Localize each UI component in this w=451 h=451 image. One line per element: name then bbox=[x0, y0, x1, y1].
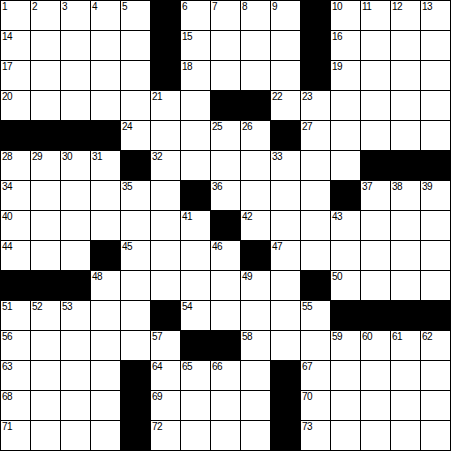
white-cell[interactable] bbox=[91, 91, 121, 121]
white-cell[interactable] bbox=[121, 91, 151, 121]
black-cell bbox=[121, 421, 151, 451]
black-cell bbox=[121, 361, 151, 391]
clue-number: 4 bbox=[92, 1, 97, 12]
white-cell[interactable] bbox=[391, 361, 421, 391]
white-cell[interactable] bbox=[211, 271, 241, 301]
white-cell[interactable] bbox=[271, 331, 301, 361]
white-cell[interactable] bbox=[391, 421, 421, 451]
white-cell[interactable] bbox=[421, 421, 451, 451]
white-cell[interactable] bbox=[61, 61, 91, 91]
white-cell[interactable] bbox=[241, 31, 271, 61]
white-cell[interactable] bbox=[211, 151, 241, 181]
white-cell[interactable] bbox=[361, 271, 391, 301]
clue-number: 2 bbox=[32, 1, 37, 12]
white-cell[interactable]: 32 bbox=[151, 151, 181, 181]
clue-number: 5 bbox=[122, 1, 127, 12]
white-cell[interactable] bbox=[31, 241, 61, 271]
white-cell[interactable] bbox=[181, 151, 211, 181]
black-cell bbox=[121, 391, 151, 421]
clue-number: 39 bbox=[422, 181, 432, 192]
white-cell[interactable]: 30 bbox=[61, 151, 91, 181]
white-cell[interactable]: 31 bbox=[91, 151, 121, 181]
white-cell[interactable] bbox=[361, 241, 391, 271]
white-cell[interactable] bbox=[391, 121, 421, 151]
white-cell[interactable] bbox=[421, 391, 451, 421]
white-cell[interactable] bbox=[421, 91, 451, 121]
clue-number: 8 bbox=[242, 1, 247, 12]
white-cell[interactable]: 36 bbox=[211, 181, 241, 211]
clue-number: 65 bbox=[182, 361, 192, 372]
white-cell[interactable]: 65 bbox=[181, 361, 211, 391]
white-cell[interactable] bbox=[271, 31, 301, 61]
black-cell bbox=[301, 61, 331, 91]
white-cell[interactable] bbox=[241, 361, 271, 391]
white-cell[interactable] bbox=[121, 331, 151, 361]
white-cell[interactable]: 8 bbox=[241, 1, 271, 31]
black-cell bbox=[271, 361, 301, 391]
white-cell[interactable] bbox=[121, 211, 151, 241]
white-cell[interactable] bbox=[91, 61, 121, 91]
clue-number: 18 bbox=[182, 61, 192, 72]
white-cell[interactable] bbox=[241, 391, 271, 421]
white-cell[interactable] bbox=[421, 241, 451, 271]
white-cell[interactable]: 20 bbox=[1, 91, 31, 121]
white-cell[interactable]: 7 bbox=[211, 1, 241, 31]
white-cell[interactable]: 41 bbox=[181, 211, 211, 241]
clue-number: 52 bbox=[32, 301, 42, 312]
white-cell[interactable] bbox=[61, 181, 91, 211]
white-cell[interactable] bbox=[91, 391, 121, 421]
clue-number: 47 bbox=[272, 241, 282, 252]
white-cell[interactable] bbox=[181, 241, 211, 271]
white-cell[interactable] bbox=[211, 31, 241, 61]
clue-number: 73 bbox=[302, 421, 312, 432]
white-cell[interactable]: 46 bbox=[211, 241, 241, 271]
clue-number: 34 bbox=[2, 181, 12, 192]
white-cell[interactable] bbox=[91, 301, 121, 331]
white-cell[interactable] bbox=[61, 211, 91, 241]
white-cell[interactable]: 2 bbox=[31, 1, 61, 31]
black-cell bbox=[211, 211, 241, 241]
clue-number: 50 bbox=[332, 271, 342, 282]
white-cell[interactable] bbox=[271, 181, 301, 211]
black-cell bbox=[61, 121, 91, 151]
white-cell[interactable]: 1 bbox=[1, 1, 31, 31]
white-cell[interactable] bbox=[151, 121, 181, 151]
white-cell[interactable] bbox=[181, 271, 211, 301]
white-cell[interactable]: 45 bbox=[121, 241, 151, 271]
clue-number: 31 bbox=[92, 151, 102, 162]
white-cell[interactable] bbox=[361, 61, 391, 91]
white-cell[interactable]: 12 bbox=[391, 1, 421, 31]
clue-number: 22 bbox=[272, 91, 282, 102]
white-cell[interactable]: 55 bbox=[301, 301, 331, 331]
white-cell[interactable] bbox=[91, 331, 121, 361]
clue-number: 62 bbox=[422, 331, 432, 342]
white-cell[interactable]: 48 bbox=[91, 271, 121, 301]
white-cell[interactable] bbox=[151, 181, 181, 211]
white-cell[interactable] bbox=[31, 391, 61, 421]
white-cell[interactable] bbox=[241, 151, 271, 181]
white-cell[interactable]: 35 bbox=[121, 181, 151, 211]
clue-number: 60 bbox=[362, 331, 372, 342]
white-cell[interactable] bbox=[181, 391, 211, 421]
white-cell[interactable] bbox=[61, 241, 91, 271]
white-cell[interactable] bbox=[61, 331, 91, 361]
white-cell[interactable] bbox=[271, 211, 301, 241]
white-cell[interactable] bbox=[361, 121, 391, 151]
white-cell[interactable]: 68 bbox=[1, 391, 31, 421]
white-cell[interactable]: 52 bbox=[31, 301, 61, 331]
clue-number: 41 bbox=[182, 211, 192, 222]
black-cell bbox=[301, 271, 331, 301]
clue-number: 53 bbox=[62, 301, 72, 312]
white-cell[interactable] bbox=[391, 61, 421, 91]
black-cell bbox=[211, 331, 241, 361]
white-cell[interactable] bbox=[331, 391, 361, 421]
black-cell bbox=[181, 331, 211, 361]
white-cell[interactable] bbox=[211, 421, 241, 451]
white-cell[interactable] bbox=[31, 31, 61, 61]
black-cell bbox=[91, 241, 121, 271]
white-cell[interactable] bbox=[301, 151, 331, 181]
black-cell bbox=[331, 301, 361, 331]
black-cell bbox=[391, 301, 421, 331]
white-cell[interactable]: 64 bbox=[151, 361, 181, 391]
white-cell[interactable] bbox=[421, 61, 451, 91]
white-cell[interactable]: 23 bbox=[301, 91, 331, 121]
white-cell[interactable] bbox=[31, 421, 61, 451]
clue-number: 43 bbox=[332, 211, 342, 222]
white-cell[interactable]: 6 bbox=[181, 1, 211, 31]
white-cell[interactable] bbox=[271, 61, 301, 91]
black-cell bbox=[301, 31, 331, 61]
white-cell[interactable]: 9 bbox=[271, 1, 301, 31]
clue-number: 21 bbox=[152, 91, 162, 102]
black-cell bbox=[31, 121, 61, 151]
clue-number: 70 bbox=[302, 391, 312, 402]
white-cell[interactable]: 42 bbox=[241, 211, 271, 241]
white-cell[interactable] bbox=[391, 241, 421, 271]
white-cell[interactable] bbox=[91, 31, 121, 61]
clue-number: 6 bbox=[182, 1, 187, 12]
white-cell[interactable] bbox=[31, 91, 61, 121]
white-cell[interactable]: 18 bbox=[181, 61, 211, 91]
black-cell bbox=[271, 121, 301, 151]
black-cell bbox=[361, 301, 391, 331]
white-cell[interactable] bbox=[421, 121, 451, 151]
black-cell bbox=[61, 271, 91, 301]
clue-number: 56 bbox=[2, 331, 12, 342]
white-cell[interactable]: 4 bbox=[91, 1, 121, 31]
white-cell[interactable]: 34 bbox=[1, 181, 31, 211]
white-cell[interactable]: 16 bbox=[331, 31, 361, 61]
black-cell bbox=[421, 151, 451, 181]
clue-number: 64 bbox=[152, 361, 162, 372]
white-cell[interactable] bbox=[391, 391, 421, 421]
clue-number: 32 bbox=[152, 151, 162, 162]
white-cell[interactable] bbox=[241, 301, 271, 331]
white-cell[interactable] bbox=[211, 301, 241, 331]
black-cell bbox=[1, 271, 31, 301]
white-cell[interactable] bbox=[301, 211, 331, 241]
clue-number: 67 bbox=[302, 361, 312, 372]
white-cell[interactable] bbox=[331, 121, 361, 151]
black-cell bbox=[361, 151, 391, 181]
clue-number: 11 bbox=[362, 1, 371, 12]
white-cell[interactable] bbox=[31, 331, 61, 361]
white-cell[interactable] bbox=[331, 241, 361, 271]
white-cell[interactable]: 63 bbox=[1, 361, 31, 391]
black-cell bbox=[241, 241, 271, 271]
white-cell[interactable] bbox=[391, 271, 421, 301]
clue-number: 58 bbox=[242, 331, 252, 342]
white-cell[interactable]: 62 bbox=[421, 331, 451, 361]
clue-number: 38 bbox=[392, 181, 402, 192]
white-cell[interactable]: 58 bbox=[241, 331, 271, 361]
white-cell[interactable] bbox=[61, 91, 91, 121]
crossword-grid: 1234567891011121314151617181920212223242… bbox=[0, 0, 451, 451]
white-cell[interactable]: 26 bbox=[241, 121, 271, 151]
black-cell bbox=[271, 391, 301, 421]
clue-number: 16 bbox=[332, 31, 342, 42]
white-cell[interactable] bbox=[421, 271, 451, 301]
white-cell[interactable] bbox=[211, 61, 241, 91]
white-cell[interactable] bbox=[91, 211, 121, 241]
white-cell[interactable]: 28 bbox=[1, 151, 31, 181]
black-cell bbox=[301, 1, 331, 31]
clue-number: 59 bbox=[332, 331, 342, 342]
white-cell[interactable]: 71 bbox=[1, 421, 31, 451]
white-cell[interactable] bbox=[391, 211, 421, 241]
white-cell[interactable] bbox=[361, 91, 391, 121]
white-cell[interactable]: 49 bbox=[241, 271, 271, 301]
white-cell[interactable]: 43 bbox=[331, 211, 361, 241]
white-cell[interactable]: 39 bbox=[421, 181, 451, 211]
black-cell bbox=[1, 121, 31, 151]
white-cell[interactable]: 70 bbox=[301, 391, 331, 421]
clue-number: 71 bbox=[2, 421, 12, 432]
white-cell[interactable] bbox=[31, 181, 61, 211]
clue-number: 42 bbox=[242, 211, 252, 222]
white-cell[interactable]: 53 bbox=[61, 301, 91, 331]
white-cell[interactable] bbox=[391, 31, 421, 61]
white-cell[interactable]: 19 bbox=[331, 61, 361, 91]
white-cell[interactable] bbox=[361, 211, 391, 241]
clue-number: 49 bbox=[242, 271, 252, 282]
white-cell[interactable] bbox=[211, 391, 241, 421]
white-cell[interactable] bbox=[121, 61, 151, 91]
white-cell[interactable] bbox=[301, 331, 331, 361]
white-cell[interactable] bbox=[31, 361, 61, 391]
white-cell[interactable]: 14 bbox=[1, 31, 31, 61]
black-cell bbox=[151, 1, 181, 31]
white-cell[interactable]: 3 bbox=[61, 1, 91, 31]
white-cell[interactable] bbox=[331, 151, 361, 181]
white-cell[interactable] bbox=[301, 241, 331, 271]
white-cell[interactable]: 50 bbox=[331, 271, 361, 301]
clue-number: 35 bbox=[122, 181, 132, 192]
white-cell[interactable] bbox=[241, 61, 271, 91]
white-cell[interactable]: 72 bbox=[151, 421, 181, 451]
clue-number: 48 bbox=[92, 271, 102, 282]
clue-number: 61 bbox=[392, 331, 402, 342]
white-cell[interactable]: 27 bbox=[301, 121, 331, 151]
white-cell[interactable] bbox=[151, 211, 181, 241]
white-cell[interactable]: 25 bbox=[211, 121, 241, 151]
clue-number: 9 bbox=[272, 1, 277, 12]
white-cell[interactable] bbox=[91, 421, 121, 451]
white-cell[interactable] bbox=[361, 391, 391, 421]
white-cell[interactable]: 44 bbox=[1, 241, 31, 271]
clue-number: 20 bbox=[2, 91, 12, 102]
black-cell bbox=[421, 301, 451, 331]
white-cell[interactable]: 69 bbox=[151, 391, 181, 421]
white-cell[interactable] bbox=[61, 361, 91, 391]
white-cell[interactable]: 24 bbox=[121, 121, 151, 151]
clue-number: 3 bbox=[62, 1, 67, 12]
crossword-board: 1234567891011121314151617181920212223242… bbox=[0, 0, 451, 451]
white-cell[interactable] bbox=[331, 421, 361, 451]
white-cell[interactable] bbox=[241, 421, 271, 451]
black-cell bbox=[211, 91, 241, 121]
clue-number: 33 bbox=[272, 151, 282, 162]
clue-number: 13 bbox=[422, 1, 432, 12]
black-cell bbox=[91, 121, 121, 151]
white-cell[interactable]: 61 bbox=[391, 331, 421, 361]
clue-number: 27 bbox=[302, 121, 312, 132]
clue-number: 24 bbox=[122, 121, 132, 132]
clue-number: 14 bbox=[2, 31, 12, 42]
black-cell bbox=[271, 421, 301, 451]
clue-number: 28 bbox=[2, 151, 12, 162]
white-cell[interactable] bbox=[91, 361, 121, 391]
white-cell[interactable]: 21 bbox=[151, 91, 181, 121]
white-cell[interactable] bbox=[421, 211, 451, 241]
white-cell[interactable] bbox=[151, 241, 181, 271]
white-cell[interactable]: 66 bbox=[211, 361, 241, 391]
clue-number: 54 bbox=[182, 301, 192, 312]
black-cell bbox=[181, 181, 211, 211]
white-cell[interactable] bbox=[301, 181, 331, 211]
white-cell[interactable] bbox=[61, 391, 91, 421]
white-cell[interactable]: 47 bbox=[271, 241, 301, 271]
white-cell[interactable] bbox=[61, 31, 91, 61]
white-cell[interactable] bbox=[121, 301, 151, 331]
white-cell[interactable]: 57 bbox=[151, 331, 181, 361]
white-cell[interactable] bbox=[271, 271, 301, 301]
white-cell[interactable]: 38 bbox=[391, 181, 421, 211]
clue-number: 57 bbox=[152, 331, 162, 342]
white-cell[interactable]: 15 bbox=[181, 31, 211, 61]
white-cell[interactable] bbox=[241, 181, 271, 211]
white-cell[interactable]: 13 bbox=[421, 1, 451, 31]
white-cell[interactable] bbox=[151, 271, 181, 301]
black-cell bbox=[151, 31, 181, 61]
white-cell[interactable] bbox=[391, 91, 421, 121]
white-cell[interactable] bbox=[271, 301, 301, 331]
clue-number: 51 bbox=[2, 301, 12, 312]
white-cell[interactable] bbox=[331, 361, 361, 391]
white-cell[interactable]: 73 bbox=[301, 421, 331, 451]
white-cell[interactable] bbox=[61, 421, 91, 451]
clue-number: 69 bbox=[152, 391, 162, 402]
white-cell[interactable]: 5 bbox=[121, 1, 151, 31]
clue-number: 1 bbox=[2, 1, 7, 12]
white-cell[interactable]: 56 bbox=[1, 331, 31, 361]
clue-number: 23 bbox=[302, 91, 312, 102]
black-cell bbox=[31, 271, 61, 301]
white-cell[interactable] bbox=[361, 361, 391, 391]
clue-number: 36 bbox=[212, 181, 222, 192]
clue-number: 19 bbox=[332, 61, 342, 72]
clue-number: 46 bbox=[212, 241, 222, 252]
clue-number: 26 bbox=[242, 121, 252, 132]
clue-number: 30 bbox=[62, 151, 72, 162]
white-cell[interactable] bbox=[121, 271, 151, 301]
black-cell bbox=[331, 181, 361, 211]
white-cell[interactable]: 33 bbox=[271, 151, 301, 181]
clue-number: 7 bbox=[212, 1, 217, 12]
clue-number: 15 bbox=[182, 31, 192, 42]
white-cell[interactable]: 11 bbox=[361, 1, 391, 31]
black-cell bbox=[391, 151, 421, 181]
white-cell[interactable] bbox=[121, 31, 151, 61]
white-cell[interactable] bbox=[331, 91, 361, 121]
white-cell[interactable]: 10 bbox=[331, 1, 361, 31]
white-cell[interactable]: 40 bbox=[1, 211, 31, 241]
clue-number: 37 bbox=[362, 181, 372, 192]
white-cell[interactable]: 29 bbox=[31, 151, 61, 181]
white-cell[interactable] bbox=[181, 421, 211, 451]
white-cell[interactable] bbox=[421, 361, 451, 391]
clue-number: 17 bbox=[2, 61, 12, 72]
clue-number: 55 bbox=[302, 301, 312, 312]
clue-number: 68 bbox=[2, 391, 12, 402]
black-cell bbox=[121, 151, 151, 181]
black-cell bbox=[151, 61, 181, 91]
white-cell[interactable] bbox=[31, 61, 61, 91]
clue-number: 29 bbox=[32, 151, 42, 162]
clue-number: 40 bbox=[2, 211, 12, 222]
black-cell bbox=[241, 91, 271, 121]
clue-number: 66 bbox=[212, 361, 222, 372]
white-cell[interactable]: 17 bbox=[1, 61, 31, 91]
clue-number: 10 bbox=[332, 1, 342, 12]
white-cell[interactable] bbox=[91, 181, 121, 211]
white-cell[interactable] bbox=[361, 31, 391, 61]
white-cell[interactable]: 54 bbox=[181, 301, 211, 331]
white-cell[interactable]: 22 bbox=[271, 91, 301, 121]
clue-number: 45 bbox=[122, 241, 132, 252]
white-cell[interactable] bbox=[361, 421, 391, 451]
clue-number: 44 bbox=[2, 241, 12, 252]
clue-number: 72 bbox=[152, 421, 162, 432]
clue-number: 63 bbox=[2, 361, 12, 372]
white-cell[interactable]: 59 bbox=[331, 331, 361, 361]
clue-number: 12 bbox=[392, 1, 402, 12]
white-cell[interactable] bbox=[181, 121, 211, 151]
white-cell[interactable]: 51 bbox=[1, 301, 31, 331]
white-cell[interactable]: 67 bbox=[301, 361, 331, 391]
white-cell[interactable] bbox=[181, 91, 211, 121]
black-cell bbox=[151, 301, 181, 331]
clue-number: 25 bbox=[212, 121, 222, 132]
white-cell[interactable]: 60 bbox=[361, 331, 391, 361]
white-cell[interactable] bbox=[31, 211, 61, 241]
white-cell[interactable]: 37 bbox=[361, 181, 391, 211]
white-cell[interactable] bbox=[421, 31, 451, 61]
